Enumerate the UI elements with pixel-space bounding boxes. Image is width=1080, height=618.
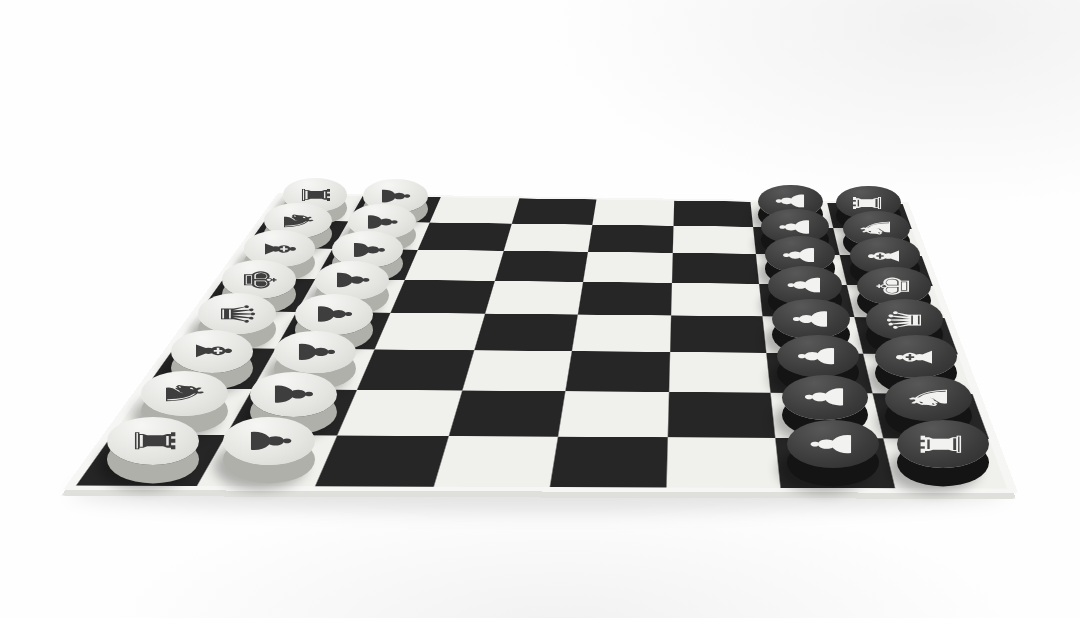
white-pawn-glyph: ♟ bbox=[241, 428, 296, 455]
piece-black-rook-a8[interactable]: ♜ bbox=[897, 420, 989, 468]
white-pawn-glyph: ♟ bbox=[362, 212, 403, 232]
white-pawn-glyph: ♟ bbox=[290, 340, 339, 364]
white-queen-glyph: ♛ bbox=[213, 302, 260, 325]
white-pawn-glyph: ♟ bbox=[311, 303, 358, 326]
white-knight-glyph: ♞ bbox=[158, 381, 210, 407]
piece-black-pawn-d7[interactable]: ♟ bbox=[772, 299, 850, 340]
black-rook-glyph: ♜ bbox=[915, 431, 970, 458]
black-pawn-glyph: ♟ bbox=[771, 192, 810, 211]
piece-black-pawn-c7[interactable]: ♟ bbox=[777, 335, 859, 378]
white-rook-glyph: ♜ bbox=[126, 427, 181, 454]
black-pawn-glyph: ♟ bbox=[779, 244, 821, 265]
piece-white-pawn-a2[interactable]: ♟ bbox=[223, 417, 315, 465]
white-pawn-glyph: ♟ bbox=[267, 381, 319, 407]
piece-black-knight-b8[interactable]: ♞ bbox=[885, 376, 972, 421]
pieces-layer: ♜♞♝♛♚♝♞♜♟♟♟♟♟♟♟♟♟♟♟♟♟♟♟♟♜♞♝♛♚♝♞♜ bbox=[0, 0, 1080, 618]
black-pawn-glyph: ♟ bbox=[788, 307, 835, 330]
piece-black-pawn-a7[interactable]: ♟ bbox=[787, 420, 879, 468]
piece-black-pawn-b7[interactable]: ♟ bbox=[782, 375, 869, 420]
piece-white-knight-b1[interactable]: ♞ bbox=[141, 371, 228, 416]
black-queen-glyph: ♛ bbox=[881, 308, 928, 331]
black-pawn-glyph: ♟ bbox=[805, 430, 860, 457]
black-pawn-glyph: ♟ bbox=[799, 385, 851, 411]
white-bishop-glyph: ♝ bbox=[258, 238, 300, 259]
black-knight-glyph: ♞ bbox=[856, 218, 897, 238]
piece-white-bishop-c1[interactable]: ♝ bbox=[171, 330, 253, 373]
white-pawn-glyph: ♟ bbox=[330, 269, 374, 291]
white-pawn-glyph: ♟ bbox=[346, 239, 388, 260]
piece-black-queen-d8[interactable]: ♛ bbox=[866, 299, 944, 340]
piece-black-bishop-c8[interactable]: ♝ bbox=[875, 335, 957, 378]
black-pawn-glyph: ♟ bbox=[775, 217, 816, 237]
white-king-glyph: ♚ bbox=[237, 269, 281, 291]
black-bishop-glyph: ♝ bbox=[891, 345, 940, 369]
piece-white-queen-d1[interactable]: ♛ bbox=[198, 293, 276, 334]
piece-white-pawn-d2[interactable]: ♟ bbox=[295, 294, 373, 335]
black-king-glyph: ♚ bbox=[872, 275, 916, 297]
piece-white-rook-a1[interactable]: ♜ bbox=[107, 417, 199, 465]
white-knight-glyph: ♞ bbox=[278, 211, 319, 231]
white-bishop-glyph: ♝ bbox=[187, 339, 236, 363]
black-bishop-glyph: ♝ bbox=[864, 245, 906, 266]
scene: ♜♞♝♛♚♝♞♜♟♟♟♟♟♟♟♟♟♟♟♟♟♟♟♟♜♞♝♛♚♝♞♜ bbox=[0, 0, 1080, 618]
piece-white-pawn-c2[interactable]: ♟ bbox=[274, 331, 356, 374]
black-knight-glyph: ♞ bbox=[903, 385, 955, 411]
white-rook-glyph: ♜ bbox=[295, 185, 334, 204]
black-rook-glyph: ♜ bbox=[849, 193, 888, 212]
black-pawn-glyph: ♟ bbox=[783, 274, 827, 296]
piece-white-pawn-b2[interactable]: ♟ bbox=[250, 372, 337, 417]
white-pawn-glyph: ♟ bbox=[376, 187, 415, 206]
black-pawn-glyph: ♟ bbox=[793, 344, 842, 368]
